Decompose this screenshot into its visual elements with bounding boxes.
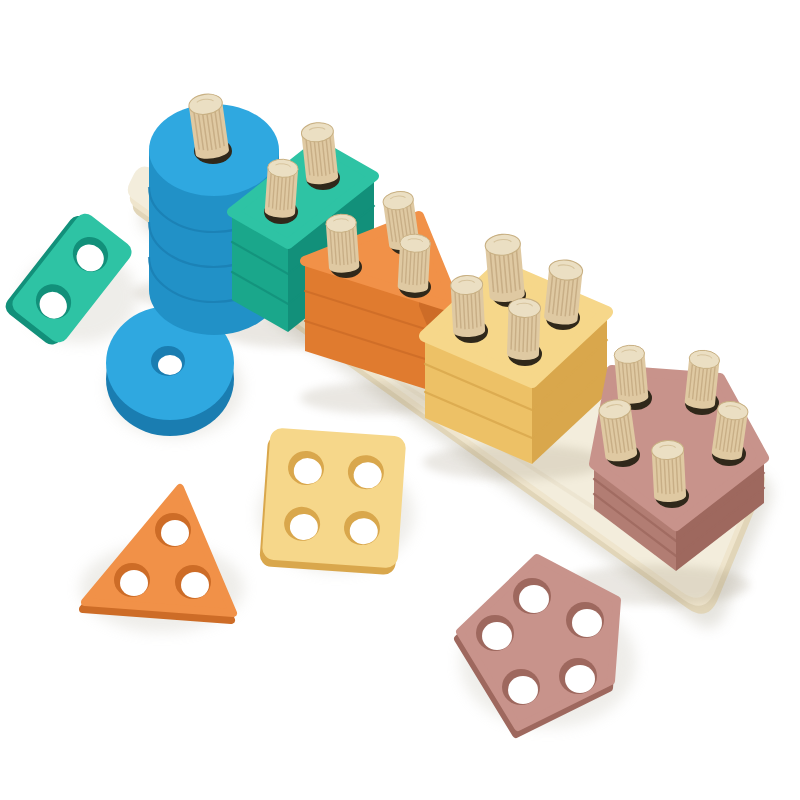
hole-through <box>572 609 602 637</box>
wooden-peg <box>300 121 338 186</box>
wooden-peg <box>397 233 430 293</box>
loose-square-piece <box>259 427 406 575</box>
toy-product-photo <box>0 0 800 800</box>
hole-through <box>519 585 549 613</box>
wooden-peg <box>264 158 298 218</box>
hole-through <box>565 665 595 693</box>
piece-top <box>262 427 407 568</box>
wooden-peg <box>325 213 359 273</box>
hole-through <box>161 520 189 546</box>
wooden-peg <box>684 349 720 410</box>
wooden-peg <box>484 233 525 303</box>
hole-through <box>508 676 538 704</box>
wooden-peg <box>450 275 485 338</box>
hole-through <box>158 355 182 375</box>
wooden-peg <box>613 344 648 405</box>
wooden-peg <box>507 298 541 361</box>
wooden-peg <box>543 258 583 326</box>
hole-through <box>120 570 148 596</box>
hole-through <box>482 622 512 650</box>
scene-canvas <box>0 0 800 800</box>
hole-through <box>181 572 209 598</box>
wooden-peg <box>651 440 686 503</box>
